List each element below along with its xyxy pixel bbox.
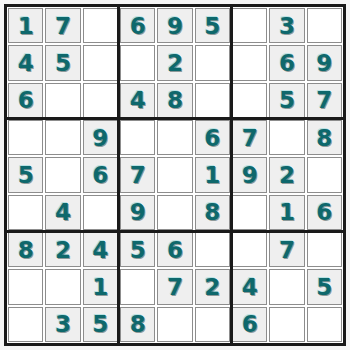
sudoku-cell-r2c2: 5: [45, 45, 80, 80]
sudoku-cell-r9c7: 6: [232, 307, 267, 342]
sudoku-cell-r6c5[interactable]: [157, 195, 192, 230]
sudoku-cell-r3c5: 8: [157, 83, 192, 118]
sudoku-cell-r4c5[interactable]: [157, 120, 192, 155]
sudoku-cell-r5c5[interactable]: [157, 157, 192, 192]
sudoku-cell-r1c2: 7: [45, 8, 80, 43]
sudoku-cell-r6c2: 4: [45, 195, 80, 230]
sudoku-cell-r4c7: 7: [232, 120, 267, 155]
sudoku-cell-r7c8: 7: [269, 232, 304, 267]
sudoku-cell-r1c3[interactable]: [83, 8, 118, 43]
sudoku-cell-r6c7[interactable]: [232, 195, 267, 230]
sudoku-cell-r5c2[interactable]: [45, 157, 80, 192]
sudoku-cell-r7c2: 2: [45, 232, 80, 267]
sudoku-cell-r5c6: 1: [195, 157, 230, 192]
sudoku-cell-r8c5: 7: [157, 269, 192, 304]
sudoku-grid: 1769534526964857967856719249816824567172…: [7, 7, 343, 343]
sudoku-cell-r7c7[interactable]: [232, 232, 267, 267]
sudoku-cell-r3c3[interactable]: [83, 83, 118, 118]
sudoku-cell-r8c1[interactable]: [8, 269, 43, 304]
sudoku-cell-r2c6[interactable]: [195, 45, 230, 80]
sudoku-cell-r9c3: 5: [83, 307, 118, 342]
sudoku-cell-r2c5: 2: [157, 45, 192, 80]
sudoku-cell-r6c6: 8: [195, 195, 230, 230]
sudoku-cell-r5c7: 9: [232, 157, 267, 192]
sudoku-cell-r4c9: 8: [307, 120, 342, 155]
sudoku-cell-r7c4: 5: [120, 232, 155, 267]
sudoku-cell-r3c2[interactable]: [45, 83, 80, 118]
sudoku-cell-r3c7[interactable]: [232, 83, 267, 118]
sudoku-cell-r6c1[interactable]: [8, 195, 43, 230]
sudoku-cell-r9c8[interactable]: [269, 307, 304, 342]
sudoku-cell-r1c1: 1: [8, 8, 43, 43]
sudoku-cell-r7c1: 8: [8, 232, 43, 267]
sudoku-cell-r1c8: 3: [269, 8, 304, 43]
sudoku-cell-r7c6[interactable]: [195, 232, 230, 267]
sudoku-cell-r5c9[interactable]: [307, 157, 342, 192]
sudoku-cell-r4c1[interactable]: [8, 120, 43, 155]
sudoku-cell-r7c5: 6: [157, 232, 192, 267]
sudoku-cell-r9c5[interactable]: [157, 307, 192, 342]
sudoku-cell-r6c4: 9: [120, 195, 155, 230]
sudoku-cell-r5c4: 7: [120, 157, 155, 192]
sudoku-cell-r8c7: 4: [232, 269, 267, 304]
sudoku-cell-r2c9: 9: [307, 45, 342, 80]
sudoku-cell-r1c5: 9: [157, 8, 192, 43]
sudoku-cell-r4c2[interactable]: [45, 120, 80, 155]
sudoku-cell-r7c9[interactable]: [307, 232, 342, 267]
sudoku-cell-r8c3: 1: [83, 269, 118, 304]
sudoku-cell-r5c1: 5: [8, 157, 43, 192]
sudoku-cell-r6c3[interactable]: [83, 195, 118, 230]
sudoku-cell-r7c3: 4: [83, 232, 118, 267]
sudoku-cell-r2c4[interactable]: [120, 45, 155, 80]
sudoku-cell-r9c6[interactable]: [195, 307, 230, 342]
sudoku-board: 1769534526964857967856719249816824567172…: [4, 4, 346, 346]
sudoku-cell-r9c9[interactable]: [307, 307, 342, 342]
sudoku-cell-r9c2: 3: [45, 307, 80, 342]
sudoku-cell-r2c7[interactable]: [232, 45, 267, 80]
sudoku-cell-r8c2[interactable]: [45, 269, 80, 304]
sudoku-cell-r3c8: 5: [269, 83, 304, 118]
sudoku-cell-r2c1: 4: [8, 45, 43, 80]
sudoku-cell-r5c3: 6: [83, 157, 118, 192]
sudoku-cell-r6c8: 1: [269, 195, 304, 230]
sudoku-cell-r8c4[interactable]: [120, 269, 155, 304]
sudoku-cell-r3c6[interactable]: [195, 83, 230, 118]
sudoku-cell-r9c1[interactable]: [8, 307, 43, 342]
sudoku-cell-r9c4: 8: [120, 307, 155, 342]
sudoku-cell-r8c8[interactable]: [269, 269, 304, 304]
sudoku-cell-r2c3[interactable]: [83, 45, 118, 80]
sudoku-cell-r3c4: 4: [120, 83, 155, 118]
sudoku-cell-r4c3: 9: [83, 120, 118, 155]
sudoku-cell-r3c1: 6: [8, 83, 43, 118]
sudoku-cell-r8c9: 5: [307, 269, 342, 304]
sudoku-cell-r1c6: 5: [195, 8, 230, 43]
sudoku-cell-r1c9[interactable]: [307, 8, 342, 43]
sudoku-cell-r6c9: 6: [307, 195, 342, 230]
sudoku-cell-r4c4[interactable]: [120, 120, 155, 155]
sudoku-cell-r5c8: 2: [269, 157, 304, 192]
sudoku-cell-r2c8: 6: [269, 45, 304, 80]
sudoku-cell-r8c6: 2: [195, 269, 230, 304]
sudoku-cell-r1c4: 6: [120, 8, 155, 43]
sudoku-cell-r1c7[interactable]: [232, 8, 267, 43]
sudoku-cell-r4c6: 6: [195, 120, 230, 155]
sudoku-cell-r4c8[interactable]: [269, 120, 304, 155]
sudoku-cell-r3c9: 7: [307, 83, 342, 118]
